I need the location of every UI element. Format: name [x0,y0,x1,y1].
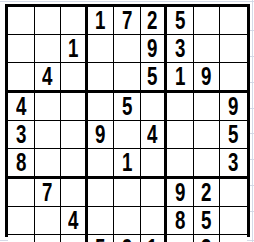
cell-r6c3[interactable] [61,149,88,179]
cell-r7c2[interactable]: 7 [35,179,62,207]
cell-digit: 5 [228,121,238,148]
cell-r6c6[interactable] [141,149,168,179]
spreadsheet-row-gridline [250,82,254,83]
cell-r9c2[interactable] [35,235,62,242]
cell-r5c1[interactable]: 3 [8,121,35,149]
sudoku-board: 1725193451945939458137924855913 [5,4,250,237]
cell-r9c8[interactable]: 3 [194,235,221,242]
cell-digit: 9 [95,121,105,148]
cell-r2c3[interactable]: 1 [61,35,88,63]
cell-r9c9[interactable] [220,235,247,242]
cell-digit: 2 [201,179,211,206]
cell-r7c4[interactable] [88,179,115,207]
cell-r9c4[interactable]: 5 [88,235,115,242]
cell-r8c9[interactable] [220,207,247,235]
cell-digit: 9 [201,63,211,90]
cell-digit: 4 [16,93,26,120]
cell-digit: 3 [16,121,26,148]
cell-r9c6[interactable]: 1 [141,235,168,242]
cell-r7c9[interactable] [220,179,247,207]
cell-digit: 1 [175,63,185,90]
cell-r8c5[interactable] [114,207,141,235]
cell-r4c8[interactable] [194,93,221,121]
cell-digit: 5 [122,93,132,120]
cell-r3c2[interactable]: 4 [35,63,62,93]
cell-digit: 5 [175,7,185,34]
cell-digit: 7 [42,179,52,206]
cell-digit: 5 [95,235,105,242]
cell-r1c2[interactable] [35,7,62,35]
cell-digit: 9 [175,179,185,206]
cell-r8c2[interactable] [35,207,62,235]
cell-r5c7[interactable] [167,121,194,149]
spreadsheet-gridline-right [252,0,253,242]
cell-r2c5[interactable] [114,35,141,63]
cell-r9c1[interactable] [8,235,35,242]
cell-r1c3[interactable] [61,7,88,35]
cell-digit: 8 [175,207,185,234]
cell-r6c7[interactable] [167,149,194,179]
cell-digit: 3 [228,149,238,176]
cell-r9c3[interactable] [61,235,88,242]
cell-r2c7[interactable]: 3 [167,35,194,63]
cell-r4c3[interactable] [61,93,88,121]
cell-r7c5[interactable] [114,179,141,207]
cell-r6c5[interactable]: 1 [114,149,141,179]
cell-digit: 1 [122,149,132,176]
cell-r3c5[interactable] [114,63,141,93]
cell-r1c4[interactable]: 1 [88,7,115,35]
cell-r4c2[interactable] [35,93,62,121]
cell-r3c7[interactable]: 1 [167,63,194,93]
cell-r8c1[interactable] [8,207,35,235]
cell-digit: 4 [147,121,157,148]
cell-r1c1[interactable] [8,7,35,35]
cell-digit: 1 [147,235,157,242]
spreadsheet-row-gridline [250,30,254,31]
cell-r1c5[interactable]: 7 [114,7,141,35]
cell-digit: 9 [122,235,132,242]
spreadsheet-row-gridline [250,56,254,57]
cell-digit: 1 [68,35,78,62]
cell-r3c1[interactable] [8,63,35,93]
spreadsheet-row-gridline [250,211,254,212]
cell-r9c7[interactable] [167,235,194,242]
cell-r4c1[interactable]: 4 [8,93,35,121]
cell-r5c9[interactable]: 5 [220,121,247,149]
cell-r6c1[interactable]: 8 [8,149,35,179]
spreadsheet-row-gridline [250,185,254,186]
cell-r7c7[interactable]: 9 [167,179,194,207]
spreadsheet-row-gridline [250,108,254,109]
cell-digit: 1 [95,7,105,34]
cell-r1c6[interactable]: 2 [141,7,168,35]
cell-digit: 4 [42,63,52,90]
cell-r6c9[interactable]: 3 [220,149,247,179]
cell-r3c6[interactable]: 5 [141,63,168,93]
cell-r3c3[interactable] [61,63,88,93]
cell-r5c6[interactable]: 4 [141,121,168,149]
cell-r8c4[interactable] [88,207,115,235]
cell-r7c1[interactable] [8,179,35,207]
cell-r9c5[interactable]: 9 [114,235,141,242]
cell-digit: 5 [147,63,157,90]
cell-digit: 3 [201,235,211,242]
cell-r3c9[interactable] [220,63,247,93]
cell-r5c2[interactable] [35,121,62,149]
spreadsheet-row-gridline [250,159,254,160]
cell-r1c7[interactable]: 5 [167,7,194,35]
cell-r8c6[interactable] [141,207,168,235]
cell-digit: 9 [228,93,238,120]
cell-r6c2[interactable] [35,149,62,179]
cell-r5c3[interactable] [61,121,88,149]
cell-r4c5[interactable]: 5 [114,93,141,121]
cell-r4c4[interactable] [88,93,115,121]
cell-r3c8[interactable]: 9 [194,63,221,93]
cell-r2c6[interactable]: 9 [141,35,168,63]
cell-r8c8[interactable]: 5 [194,207,221,235]
cell-r8c7[interactable]: 8 [167,207,194,235]
cell-r1c9[interactable] [220,7,247,35]
cell-r7c3[interactable] [61,179,88,207]
cell-r1c8[interactable] [194,7,221,35]
cell-r2c8[interactable] [194,35,221,63]
spreadsheet-row-gridline [250,133,254,134]
cell-r7c6[interactable] [141,179,168,207]
cell-r8c3[interactable]: 4 [61,207,88,235]
cell-r6c4[interactable] [88,149,115,179]
spreadsheet-gridline-top [0,1,254,2]
cell-r2c4[interactable] [88,35,115,63]
cell-r2c1[interactable] [8,35,35,63]
spreadsheet-background: 1725193451945939458137924855913 [0,0,254,242]
cell-digit: 3 [175,35,185,62]
cell-r7c8[interactable]: 2 [194,179,221,207]
cell-digit: 4 [68,207,78,234]
cell-digit: 8 [16,149,26,176]
cell-r5c8[interactable] [194,121,221,149]
cell-r4c9[interactable]: 9 [220,93,247,121]
cell-digit: 2 [147,7,157,34]
cell-r5c4[interactable]: 9 [88,121,115,149]
cell-r3c4[interactable] [88,63,115,93]
cell-digit: 7 [122,7,132,34]
cell-r6c8[interactable] [194,149,221,179]
cell-digit: 9 [147,35,157,62]
cell-digit: 5 [201,207,211,234]
cell-r4c6[interactable] [141,93,168,121]
cell-r5c5[interactable] [114,121,141,149]
cell-r4c7[interactable] [167,93,194,121]
cell-r2c9[interactable] [220,35,247,63]
cell-r2c2[interactable] [35,35,62,63]
